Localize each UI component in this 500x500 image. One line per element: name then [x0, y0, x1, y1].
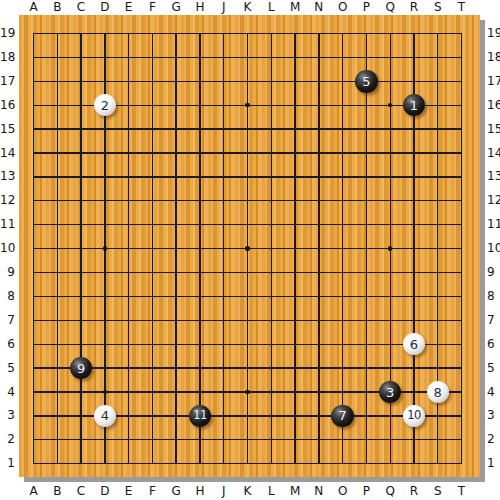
row-label-left-9: 9	[0, 265, 15, 280]
stone-black-P17: 5	[355, 70, 378, 93]
col-label-bottom-A: A	[22, 484, 46, 498]
grid-hline-5	[33, 367, 462, 368]
col-label-top-D: D	[93, 0, 117, 14]
row-label-left-2: 2	[0, 432, 15, 447]
stone-black-R16: 1	[403, 94, 426, 117]
col-label-bottom-J: J	[212, 484, 236, 498]
col-label-bottom-L: L	[259, 484, 283, 498]
col-label-top-G: G	[164, 0, 188, 14]
grid-hline-7	[33, 320, 462, 321]
col-label-top-J: J	[212, 0, 236, 14]
row-label-left-1: 1	[0, 456, 15, 471]
row-label-right-8: 8	[487, 289, 500, 304]
col-label-top-C: C	[69, 0, 93, 14]
go-diagram: ABCDEFGHJKLMNOPQRST ABCDEFGHJKLMNOPQRST …	[0, 0, 500, 500]
star-point-D4	[103, 390, 108, 395]
col-label-top-E: E	[117, 0, 141, 14]
col-label-bottom-B: B	[45, 484, 69, 498]
grid-vline-L	[271, 33, 272, 465]
row-label-left-14: 14	[0, 146, 15, 161]
col-label-top-M: M	[283, 0, 307, 14]
col-label-bottom-Q: Q	[378, 484, 402, 498]
col-label-top-K: K	[236, 0, 260, 14]
col-label-bottom-G: G	[164, 484, 188, 498]
grid-hline-6	[33, 344, 462, 345]
col-label-bottom-K: K	[236, 484, 260, 498]
stone-white-D3: 4	[94, 405, 117, 428]
move-number: 10	[407, 409, 421, 422]
star-point-K16	[245, 103, 250, 108]
col-label-bottom-E: E	[117, 484, 141, 498]
row-label-left-18: 18	[0, 50, 15, 65]
row-label-left-8: 8	[0, 289, 15, 304]
row-label-right-2: 2	[487, 432, 500, 447]
row-label-right-5: 5	[487, 361, 500, 376]
row-label-left-12: 12	[0, 193, 15, 208]
col-label-top-R: R	[402, 0, 426, 14]
move-number: 3	[386, 386, 394, 399]
grid-hline-1	[33, 463, 462, 464]
stone-black-Q4: 3	[379, 381, 402, 404]
grid-vline-M	[294, 33, 295, 465]
row-label-right-7: 7	[487, 313, 500, 328]
star-point-K10	[245, 246, 250, 251]
row-label-right-4: 4	[487, 385, 500, 400]
row-label-right-18: 18	[487, 50, 500, 65]
row-label-left-16: 16	[0, 98, 15, 113]
col-label-bottom-T: T	[450, 484, 474, 498]
move-number: 4	[101, 409, 109, 422]
move-number: 1	[410, 99, 418, 112]
star-point-K4	[245, 390, 250, 395]
star-point-Q10	[388, 246, 393, 251]
row-label-right-15: 15	[487, 122, 500, 137]
col-label-top-B: B	[45, 0, 69, 14]
stone-white-R3: 10	[403, 405, 426, 428]
col-label-top-A: A	[22, 0, 46, 14]
col-label-bottom-S: S	[426, 484, 450, 498]
grid-hline-2	[33, 439, 462, 440]
col-label-bottom-M: M	[283, 484, 307, 498]
row-label-left-11: 11	[0, 217, 15, 232]
col-label-bottom-N: N	[307, 484, 331, 498]
grid-vline-N	[318, 33, 319, 465]
grid-hline-8	[33, 296, 462, 297]
col-label-top-F: F	[140, 0, 164, 14]
grid-vline-P	[366, 33, 367, 465]
col-label-top-N: N	[307, 0, 331, 14]
star-point-Q16	[388, 103, 393, 108]
move-number: 7	[338, 409, 346, 422]
star-point-D10	[103, 246, 108, 251]
row-label-left-6: 6	[0, 337, 15, 352]
move-number: 6	[410, 338, 418, 351]
row-label-right-17: 17	[487, 74, 500, 89]
move-number: 2	[101, 99, 109, 112]
row-label-left-17: 17	[0, 74, 15, 89]
col-label-top-P: P	[354, 0, 378, 14]
col-label-bottom-F: F	[140, 484, 164, 498]
row-label-right-11: 11	[487, 217, 500, 232]
row-label-right-3: 3	[487, 408, 500, 423]
col-label-top-H: H	[188, 0, 212, 14]
col-label-bottom-C: C	[69, 484, 93, 498]
col-label-bottom-H: H	[188, 484, 212, 498]
row-label-left-5: 5	[0, 361, 15, 376]
row-label-left-19: 19	[0, 26, 15, 41]
col-label-bottom-P: P	[354, 484, 378, 498]
row-label-left-13: 13	[0, 169, 15, 184]
row-label-right-6: 6	[487, 337, 500, 352]
move-number: 8	[434, 386, 442, 399]
row-label-right-19: 19	[487, 26, 500, 41]
move-number: 11	[193, 409, 207, 422]
col-label-bottom-R: R	[402, 484, 426, 498]
col-label-bottom-O: O	[331, 484, 355, 498]
col-label-top-T: T	[450, 0, 474, 14]
row-label-right-12: 12	[487, 193, 500, 208]
stone-white-D16: 2	[94, 94, 117, 117]
stone-white-S4: 8	[427, 381, 450, 404]
row-label-left-7: 7	[0, 313, 15, 328]
move-number: 5	[362, 75, 370, 88]
row-label-right-9: 9	[487, 265, 500, 280]
row-label-left-4: 4	[0, 385, 15, 400]
row-label-left-10: 10	[0, 241, 15, 256]
stone-black-O3: 7	[331, 405, 354, 428]
col-label-top-O: O	[331, 0, 355, 14]
row-label-left-3: 3	[0, 408, 15, 423]
col-label-top-Q: Q	[378, 0, 402, 14]
grid-hline-9	[33, 272, 462, 273]
col-label-bottom-D: D	[93, 484, 117, 498]
stone-black-C5: 9	[70, 357, 93, 380]
col-label-top-S: S	[426, 0, 450, 14]
stone-black-H3: 11	[189, 405, 212, 428]
row-label-right-14: 14	[487, 146, 500, 161]
row-label-right-13: 13	[487, 169, 500, 184]
col-label-top-L: L	[259, 0, 283, 14]
grid-vline-O	[342, 33, 343, 465]
goban-surface[interactable]: 1234567891011	[19, 15, 480, 477]
stone-white-R6: 6	[403, 333, 426, 356]
row-label-right-10: 10	[487, 241, 500, 256]
row-label-right-16: 16	[487, 98, 500, 113]
grid-vline-T	[461, 33, 462, 465]
row-label-right-1: 1	[487, 456, 500, 471]
row-label-left-15: 15	[0, 122, 15, 137]
move-number: 9	[77, 362, 85, 375]
